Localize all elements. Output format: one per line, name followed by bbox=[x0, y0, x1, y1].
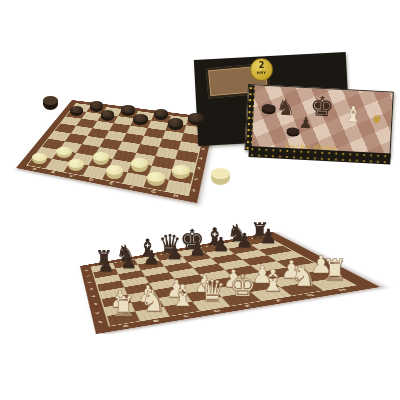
off-board-cream-checker bbox=[211, 168, 230, 188]
dark-checker bbox=[133, 114, 147, 125]
cream-checker bbox=[32, 153, 47, 165]
chess-piece-white-rook: ♜ bbox=[320, 256, 350, 285]
dark-checker bbox=[168, 118, 183, 130]
chess-piece-white-bishop: ♝ bbox=[258, 266, 288, 296]
chess-piece-white-rook: ♜ bbox=[109, 293, 139, 320]
chess-piece-white-knight: ♞ bbox=[138, 286, 168, 316]
badge-word: HRY bbox=[252, 70, 271, 75]
dark-checker bbox=[70, 106, 83, 116]
chess-piece-white-queen: ♛ bbox=[198, 276, 228, 306]
lid-art-knight-icon: ♞ bbox=[275, 95, 296, 121]
chess-piece-black-pawn: ♟ bbox=[91, 256, 121, 275]
photo-bottom-margin bbox=[0, 334, 400, 400]
chess-piece-white-king: ♚ bbox=[228, 271, 258, 301]
dark-checker bbox=[154, 109, 168, 120]
cream-checker bbox=[147, 172, 165, 186]
badge-number: 2 bbox=[251, 61, 272, 70]
lid-art-bishop-icon: ♝ bbox=[343, 102, 363, 127]
cream-checker bbox=[172, 165, 190, 179]
dark-checker bbox=[101, 110, 115, 121]
draughts-board: 8A7B6C5D4E3F2G1H bbox=[16, 100, 215, 203]
chess-piece-white-bishop: ♝ bbox=[168, 281, 198, 311]
lid-art-king-icon: ♚ bbox=[309, 90, 335, 122]
off-board-dark-checker bbox=[43, 96, 58, 113]
rank-label: 1 bbox=[188, 184, 200, 197]
lid-art-pawn-icon: ♟ bbox=[299, 114, 313, 133]
cream-checker bbox=[106, 165, 123, 178]
chess-piece-white-knight: ♞ bbox=[289, 261, 319, 291]
rank-label: 1 bbox=[92, 316, 108, 328]
cream-checker bbox=[56, 147, 71, 159]
cream-checker bbox=[131, 158, 148, 171]
product-photo: 8A7B6C5D4E3F2G1H 8A7B6C5D4E3F2G1H ♞ ♚ ♟ … bbox=[0, 0, 400, 400]
dark-checker bbox=[188, 113, 203, 125]
cream-checker bbox=[93, 152, 109, 165]
cream-checker bbox=[68, 159, 84, 172]
publisher-emblem-icon: ♛ bbox=[372, 114, 382, 125]
games-count-badge: 2 HRY bbox=[250, 58, 273, 81]
